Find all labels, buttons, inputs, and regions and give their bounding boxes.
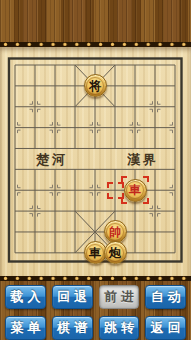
forward-button[interactable]: 前进: [99, 285, 140, 309]
notation-button[interactable]: 棋谱: [52, 316, 93, 340]
load-button[interactable]: 载入: [5, 285, 46, 309]
top-wood-band: [0, 0, 191, 47]
return-button[interactable]: 返回: [145, 316, 186, 340]
piece-grid[interactable]: 将車帥車炮: [5, 55, 185, 264]
piece-black-炮[interactable]: 炮: [104, 241, 127, 264]
auto-button[interactable]: 自动: [145, 285, 186, 309]
piece-black-将[interactable]: 将: [84, 74, 107, 97]
board[interactable]: 楚河 漢界 将車帥車炮: [0, 47, 191, 276]
selection-bracket: [121, 176, 149, 204]
menu-button[interactable]: 菜单: [5, 316, 46, 340]
jump-button[interactable]: 跳转: [99, 316, 140, 340]
bottom-control-bar: 载入 回退 前进 自动 菜单 棋谱 跳转 返回: [0, 276, 191, 340]
xiangqi-app: 楚河 漢界 将車帥車炮 载入 回退 前进 自动 菜单 棋谱 跳转 返回: [0, 0, 191, 340]
piece-red-車[interactable]: 車: [124, 179, 147, 202]
piece-red-帥[interactable]: 帥: [104, 220, 127, 243]
button-grid: 载入 回退 前进 自动 菜单 棋谱 跳转 返回: [0, 281, 191, 340]
step-back-button[interactable]: 回退: [52, 285, 93, 309]
